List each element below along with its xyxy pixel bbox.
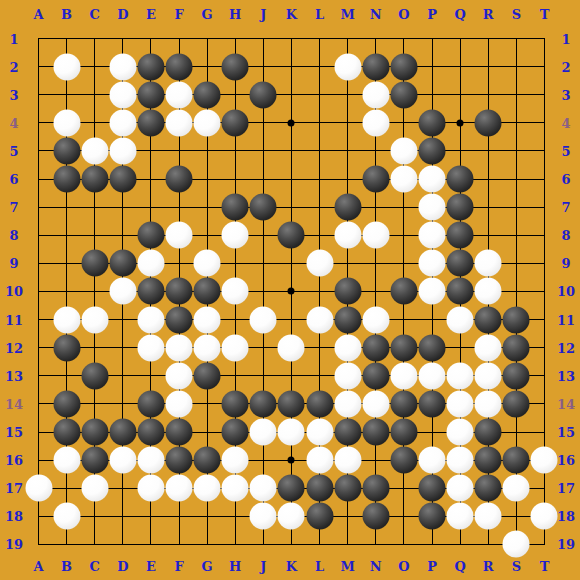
- star-point-Q4: [457, 119, 464, 126]
- row-label-right-18: 18: [557, 510, 575, 523]
- col-label-top-M: M: [341, 8, 355, 21]
- stone-white-M12: [334, 334, 361, 361]
- stone-white-N4: [362, 109, 389, 136]
- stone-black-B5: [53, 137, 80, 164]
- col-label-top-S: S: [512, 8, 521, 21]
- stone-white-B11: [53, 306, 80, 333]
- stone-black-N2: [362, 53, 389, 80]
- stone-black-P12: [419, 334, 446, 361]
- row-label-right-17: 17: [557, 482, 575, 495]
- stone-white-M8: [334, 222, 361, 249]
- col-label-bottom-Q: Q: [454, 560, 465, 573]
- stone-black-D15: [109, 419, 136, 446]
- stone-white-E11: [137, 306, 164, 333]
- stone-black-L17: [306, 475, 333, 502]
- stone-black-J14: [250, 390, 277, 417]
- stone-white-L9: [306, 250, 333, 277]
- col-label-top-R: R: [483, 8, 494, 21]
- stone-black-R16: [475, 447, 502, 474]
- row-label-left-11: 11: [5, 313, 23, 326]
- stone-black-E14: [137, 390, 164, 417]
- row-label-right-11: 11: [557, 313, 575, 326]
- stone-black-B6: [53, 166, 80, 193]
- col-label-top-H: H: [229, 8, 241, 21]
- stone-black-H14: [222, 390, 249, 417]
- go-board[interactable]: AABBCCDDEEFFGGHHJJKKLLMMNNOOPPQQRRSSTT11…: [0, 0, 580, 580]
- col-label-bottom-C: C: [90, 560, 100, 573]
- stone-black-F6: [166, 166, 193, 193]
- stone-white-P7: [419, 194, 446, 221]
- col-label-bottom-S: S: [512, 560, 521, 573]
- stone-black-O12: [390, 334, 417, 361]
- stone-white-H12: [222, 334, 249, 361]
- stone-white-K18: [278, 503, 305, 530]
- stone-black-E10: [137, 278, 164, 305]
- col-label-top-C: C: [90, 8, 100, 21]
- stone-white-B4: [53, 109, 80, 136]
- stone-black-E15: [137, 419, 164, 446]
- col-label-top-E: E: [146, 8, 156, 21]
- stone-black-B14: [53, 390, 80, 417]
- row-label-right-3: 3: [561, 88, 570, 101]
- stone-black-E8: [137, 222, 164, 249]
- star-point-K10: [288, 288, 295, 295]
- stone-white-E17: [137, 475, 164, 502]
- stone-white-D3: [109, 81, 136, 108]
- stone-white-C17: [81, 475, 108, 502]
- col-label-top-O: O: [398, 8, 409, 21]
- stone-white-P10: [419, 278, 446, 305]
- stone-white-D4: [109, 109, 136, 136]
- row-label-left-16: 16: [5, 454, 23, 467]
- row-label-right-12: 12: [557, 341, 575, 354]
- stone-black-S11: [503, 306, 530, 333]
- col-label-bottom-H: H: [229, 560, 241, 573]
- stone-black-R17: [475, 475, 502, 502]
- stone-black-H15: [222, 419, 249, 446]
- stone-white-P13: [419, 362, 446, 389]
- col-label-top-L: L: [315, 8, 324, 21]
- stone-black-K8: [278, 222, 305, 249]
- stone-white-J18: [250, 503, 277, 530]
- col-label-bottom-B: B: [61, 560, 72, 573]
- stone-white-G11: [194, 306, 221, 333]
- stone-black-Q7: [447, 194, 474, 221]
- stone-white-M13: [334, 362, 361, 389]
- stone-white-L15: [306, 419, 333, 446]
- row-label-right-5: 5: [561, 144, 570, 157]
- stone-black-Q6: [447, 166, 474, 193]
- stone-black-Q9: [447, 250, 474, 277]
- stone-black-C16: [81, 447, 108, 474]
- col-label-bottom-O: O: [398, 560, 409, 573]
- stone-black-L18: [306, 503, 333, 530]
- row-label-right-13: 13: [557, 369, 575, 382]
- stone-black-S12: [503, 334, 530, 361]
- stone-white-H17: [222, 475, 249, 502]
- stone-white-Q15: [447, 419, 474, 446]
- stone-black-H2: [222, 53, 249, 80]
- stone-black-G10: [194, 278, 221, 305]
- stone-black-P4: [419, 109, 446, 136]
- col-label-bottom-G: G: [202, 560, 213, 573]
- stone-white-J15: [250, 419, 277, 446]
- stone-white-F14: [166, 390, 193, 417]
- row-label-right-8: 8: [561, 229, 570, 242]
- stone-white-H8: [222, 222, 249, 249]
- col-label-bottom-N: N: [370, 560, 382, 573]
- stone-black-S13: [503, 362, 530, 389]
- stone-white-B18: [53, 503, 80, 530]
- stone-black-Q10: [447, 278, 474, 305]
- stone-white-Q14: [447, 390, 474, 417]
- row-label-left-15: 15: [5, 426, 23, 439]
- stone-white-F17: [166, 475, 193, 502]
- stone-white-K12: [278, 334, 305, 361]
- stone-white-P9: [419, 250, 446, 277]
- stone-white-D16: [109, 447, 136, 474]
- stone-black-P17: [419, 475, 446, 502]
- stone-black-J3: [250, 81, 277, 108]
- col-label-top-B: B: [61, 8, 72, 21]
- stone-black-E3: [137, 81, 164, 108]
- stone-black-E4: [137, 109, 164, 136]
- stone-white-R14: [475, 390, 502, 417]
- stone-white-Q17: [447, 475, 474, 502]
- stone-white-N11: [362, 306, 389, 333]
- row-label-left-14: 14: [5, 397, 23, 410]
- col-label-top-T: T: [540, 8, 550, 21]
- stone-black-O15: [390, 419, 417, 446]
- col-label-top-A: A: [33, 8, 43, 21]
- stone-black-E2: [137, 53, 164, 80]
- stone-black-O3: [390, 81, 417, 108]
- stone-black-F2: [166, 53, 193, 80]
- stone-white-B2: [53, 53, 80, 80]
- col-label-bottom-T: T: [540, 560, 550, 573]
- col-label-top-Q: Q: [454, 8, 465, 21]
- stone-black-L14: [306, 390, 333, 417]
- row-label-right-7: 7: [561, 201, 570, 214]
- stone-white-G12: [194, 334, 221, 361]
- stone-white-G17: [194, 475, 221, 502]
- stone-white-R12: [475, 334, 502, 361]
- stone-white-E9: [137, 250, 164, 277]
- stone-black-H7: [222, 194, 249, 221]
- stone-white-T16: [531, 447, 558, 474]
- stone-white-H16: [222, 447, 249, 474]
- row-label-left-5: 5: [9, 144, 18, 157]
- stone-black-N18: [362, 503, 389, 530]
- stone-white-N8: [362, 222, 389, 249]
- stone-white-P6: [419, 166, 446, 193]
- col-label-top-K: K: [286, 8, 297, 21]
- stone-black-M10: [334, 278, 361, 305]
- row-label-left-4: 4: [9, 116, 18, 129]
- col-label-top-G: G: [202, 8, 213, 21]
- col-label-bottom-P: P: [427, 560, 437, 573]
- stone-white-F12: [166, 334, 193, 361]
- stone-black-R11: [475, 306, 502, 333]
- stone-black-K14: [278, 390, 305, 417]
- row-label-left-2: 2: [9, 60, 18, 73]
- stone-black-G16: [194, 447, 221, 474]
- stone-black-N12: [362, 334, 389, 361]
- row-label-right-15: 15: [557, 426, 575, 439]
- col-label-top-P: P: [427, 8, 437, 21]
- stone-black-G13: [194, 362, 221, 389]
- row-label-left-7: 7: [9, 201, 18, 214]
- stone-white-N14: [362, 390, 389, 417]
- stone-black-O2: [390, 53, 417, 80]
- row-label-left-12: 12: [5, 341, 23, 354]
- stone-black-F10: [166, 278, 193, 305]
- stone-black-R4: [475, 109, 502, 136]
- stone-white-C11: [81, 306, 108, 333]
- stone-white-R10: [475, 278, 502, 305]
- stone-black-P18: [419, 503, 446, 530]
- stone-white-J11: [250, 306, 277, 333]
- row-label-right-4: 4: [561, 116, 570, 129]
- stone-white-M16: [334, 447, 361, 474]
- stone-black-C6: [81, 166, 108, 193]
- stone-black-G3: [194, 81, 221, 108]
- grid-line-horizontal: [38, 544, 545, 545]
- stone-white-S17: [503, 475, 530, 502]
- stone-black-N6: [362, 166, 389, 193]
- stone-white-E12: [137, 334, 164, 361]
- stone-white-O6: [390, 166, 417, 193]
- col-label-bottom-J: J: [260, 560, 266, 573]
- stone-black-O16: [390, 447, 417, 474]
- col-label-bottom-F: F: [174, 560, 183, 573]
- col-label-bottom-E: E: [146, 560, 156, 573]
- stone-black-N13: [362, 362, 389, 389]
- stone-white-S19: [503, 531, 530, 558]
- stone-black-M17: [334, 475, 361, 502]
- row-label-right-2: 2: [561, 60, 570, 73]
- col-label-bottom-K: K: [286, 560, 297, 573]
- col-label-bottom-M: M: [341, 560, 355, 573]
- row-label-left-18: 18: [5, 510, 23, 523]
- stone-white-P8: [419, 222, 446, 249]
- col-label-bottom-L: L: [315, 560, 324, 573]
- col-label-top-J: J: [260, 8, 266, 21]
- stone-black-B12: [53, 334, 80, 361]
- stone-white-D5: [109, 137, 136, 164]
- stone-black-F11: [166, 306, 193, 333]
- stone-black-M15: [334, 419, 361, 446]
- stone-white-F4: [166, 109, 193, 136]
- stone-black-C13: [81, 362, 108, 389]
- stone-white-T18: [531, 503, 558, 530]
- stone-black-S14: [503, 390, 530, 417]
- stone-black-N17: [362, 475, 389, 502]
- stone-white-Q11: [447, 306, 474, 333]
- row-label-right-1: 1: [561, 32, 570, 45]
- row-label-left-13: 13: [5, 369, 23, 382]
- row-label-left-8: 8: [9, 229, 18, 242]
- col-label-bottom-A: A: [33, 560, 43, 573]
- stone-white-J17: [250, 475, 277, 502]
- stone-white-R9: [475, 250, 502, 277]
- stone-black-D6: [109, 166, 136, 193]
- stone-black-S16: [503, 447, 530, 474]
- stone-white-C5: [81, 137, 108, 164]
- stone-white-K15: [278, 419, 305, 446]
- stone-white-P16: [419, 447, 446, 474]
- stone-black-H4: [222, 109, 249, 136]
- stone-white-H10: [222, 278, 249, 305]
- row-label-left-6: 6: [9, 173, 18, 186]
- stone-white-M14: [334, 390, 361, 417]
- stone-black-O14: [390, 390, 417, 417]
- stone-white-F3: [166, 81, 193, 108]
- stone-black-K17: [278, 475, 305, 502]
- row-label-left-17: 17: [5, 482, 23, 495]
- stone-white-D10: [109, 278, 136, 305]
- stone-black-N15: [362, 419, 389, 446]
- stone-white-Q18: [447, 503, 474, 530]
- star-point-K16: [288, 457, 295, 464]
- stone-black-O10: [390, 278, 417, 305]
- stone-black-B15: [53, 419, 80, 446]
- stone-black-Q8: [447, 222, 474, 249]
- stone-white-R18: [475, 503, 502, 530]
- row-label-right-16: 16: [557, 454, 575, 467]
- stone-black-M7: [334, 194, 361, 221]
- row-label-left-9: 9: [9, 257, 18, 270]
- stone-white-G9: [194, 250, 221, 277]
- col-label-top-N: N: [370, 8, 382, 21]
- row-label-right-9: 9: [561, 257, 570, 270]
- stone-black-R15: [475, 419, 502, 446]
- stone-white-A17: [25, 475, 52, 502]
- stone-white-M2: [334, 53, 361, 80]
- stone-white-D2: [109, 53, 136, 80]
- stone-white-L11: [306, 306, 333, 333]
- row-label-right-10: 10: [557, 285, 575, 298]
- stone-black-D9: [109, 250, 136, 277]
- stone-white-F8: [166, 222, 193, 249]
- stone-black-C9: [81, 250, 108, 277]
- stone-white-F13: [166, 362, 193, 389]
- stone-white-L16: [306, 447, 333, 474]
- star-point-K4: [288, 119, 295, 126]
- row-label-left-19: 19: [5, 538, 23, 551]
- stone-white-N3: [362, 81, 389, 108]
- stone-white-R13: [475, 362, 502, 389]
- stone-white-G4: [194, 109, 221, 136]
- stone-black-J7: [250, 194, 277, 221]
- row-label-right-14: 14: [557, 397, 575, 410]
- stone-white-Q13: [447, 362, 474, 389]
- row-label-left-10: 10: [5, 285, 23, 298]
- stone-black-P5: [419, 137, 446, 164]
- stone-white-Q16: [447, 447, 474, 474]
- col-label-bottom-D: D: [117, 560, 128, 573]
- stone-black-M11: [334, 306, 361, 333]
- stone-black-C15: [81, 419, 108, 446]
- stone-white-B16: [53, 447, 80, 474]
- stone-white-O5: [390, 137, 417, 164]
- row-label-right-6: 6: [561, 173, 570, 186]
- row-label-left-3: 3: [9, 88, 18, 101]
- col-label-top-F: F: [174, 8, 183, 21]
- row-label-right-19: 19: [557, 538, 575, 551]
- col-label-bottom-R: R: [483, 560, 494, 573]
- stone-black-F15: [166, 419, 193, 446]
- col-label-top-D: D: [117, 8, 128, 21]
- stone-white-O13: [390, 362, 417, 389]
- stone-black-F16: [166, 447, 193, 474]
- row-label-left-1: 1: [9, 32, 18, 45]
- stone-black-P14: [419, 390, 446, 417]
- stone-white-E16: [137, 447, 164, 474]
